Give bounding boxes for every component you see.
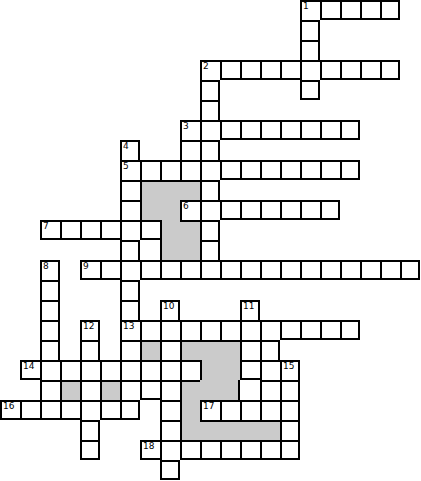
crossword-cell-shaded[interactable] [140,200,160,220]
crossword-cell[interactable] [200,100,220,120]
crossword-cell[interactable] [180,140,200,160]
crossword-cell[interactable] [360,60,380,80]
crossword-cell[interactable] [280,420,300,440]
crossword-cell[interactable] [280,320,300,340]
crossword-cell[interactable]: 12 [80,320,100,340]
crossword-cell[interactable] [320,260,340,280]
crossword-cell-shaded[interactable] [160,220,180,240]
crossword-cell[interactable] [300,200,320,220]
crossword-cell[interactable] [220,440,240,460]
crossword-cell[interactable] [100,220,120,240]
crossword-cell[interactable] [160,440,180,460]
crossword-cell[interactable] [180,160,200,180]
crossword-cell[interactable] [180,360,200,380]
crossword-cell[interactable]: 1 [300,0,320,20]
crossword-cell[interactable] [300,260,320,280]
crossword-cell[interactable] [240,200,260,220]
crossword-cell[interactable] [200,220,220,240]
crossword-cell[interactable]: 9 [80,260,100,280]
crossword-cell[interactable] [260,360,280,380]
crossword-cell[interactable] [220,260,240,280]
crossword-cell[interactable] [260,60,280,80]
crossword-cell[interactable] [40,280,60,300]
crossword-cell-shaded[interactable] [200,380,220,400]
clue-number: 11 [243,301,254,311]
crossword-cell-shaded[interactable] [180,420,200,440]
crossword-cell[interactable] [240,160,260,180]
crossword-cell[interactable] [80,420,100,440]
crossword-cell[interactable] [160,460,180,480]
crossword-cell[interactable] [220,60,240,80]
crossword-cell[interactable] [260,400,280,420]
clue-number: 2 [203,61,209,71]
crossword-cell[interactable] [200,240,220,260]
crossword-cell[interactable] [140,380,160,400]
crossword-cell-shaded[interactable] [180,220,200,240]
crossword-cell[interactable] [280,260,300,280]
crossword-cell-shaded[interactable] [140,340,160,360]
crossword-cell[interactable] [40,300,60,320]
crossword-cell-shaded[interactable] [220,340,240,360]
crossword-cell[interactable]: 16 [0,400,20,420]
crossword-cell[interactable] [180,320,200,340]
crossword-cell[interactable] [240,400,260,420]
crossword-cell[interactable] [240,60,260,80]
crossword-grid: 123456789101112131415161718 [0,0,421,481]
crossword-cell[interactable] [340,60,360,80]
crossword-cell[interactable] [160,320,180,340]
crossword-cell[interactable] [320,0,340,20]
crossword-cell-shaded[interactable] [180,400,200,420]
crossword-cell[interactable] [340,260,360,280]
crossword-cell-shaded[interactable] [200,340,220,360]
crossword-cell[interactable] [240,120,260,140]
crossword-cell[interactable] [80,220,100,240]
clue-number: 13 [123,321,134,331]
crossword-cell[interactable] [220,160,240,180]
crossword-cell-shaded[interactable] [100,380,120,400]
crossword-cell[interactable] [320,120,340,140]
clue-number: 1 [303,1,309,11]
crossword-cell[interactable] [60,400,80,420]
crossword-cell[interactable] [200,180,220,200]
crossword-cell[interactable] [320,200,340,220]
crossword-cell[interactable]: 8 [40,260,60,280]
crossword-cell[interactable] [260,440,280,460]
clue-number: 7 [43,221,49,231]
crossword-cell[interactable] [340,160,360,180]
crossword-cell[interactable] [280,200,300,220]
crossword-cell[interactable] [200,140,220,160]
crossword-cell[interactable] [120,400,140,420]
crossword-cell-shaded[interactable] [240,420,260,440]
crossword-cell[interactable] [280,120,300,140]
crossword-cell[interactable] [260,380,280,400]
crossword-cell[interactable] [220,120,240,140]
crossword-cell[interactable] [260,200,280,220]
crossword-cell[interactable] [200,260,220,280]
crossword-cell[interactable] [240,320,260,340]
crossword-cell[interactable] [300,160,320,180]
crossword-cell-shaded[interactable] [160,240,180,260]
crossword-cell[interactable] [140,160,160,180]
crossword-cell[interactable] [120,180,140,200]
crossword-cell[interactable] [140,320,160,340]
crossword-cell-shaded[interactable] [200,420,220,440]
crossword-cell-shaded[interactable] [180,340,200,360]
crossword-cell-shaded[interactable] [220,380,240,400]
crossword-cell[interactable] [60,220,80,240]
crossword-cell[interactable] [40,340,60,360]
crossword-cell[interactable] [240,360,260,380]
crossword-cell[interactable] [380,260,400,280]
crossword-cell[interactable]: 5 [120,160,140,180]
crossword-cell[interactable] [300,80,320,100]
crossword-cell[interactable] [220,200,240,220]
crossword-cell[interactable]: 10 [160,300,180,320]
crossword-cell[interactable] [360,0,380,20]
clue-number: 12 [83,321,94,331]
crossword-cell[interactable]: 3 [180,120,200,140]
crossword-cell[interactable] [220,400,240,420]
crossword-cell[interactable] [200,120,220,140]
crossword-cell-shaded[interactable] [260,420,280,440]
crossword-cell[interactable] [120,220,140,240]
crossword-cell[interactable] [60,360,80,380]
crossword-cell[interactable]: 7 [40,220,60,240]
clue-number: 6 [183,201,189,211]
crossword-cell[interactable] [160,360,180,380]
clue-number: 15 [283,361,294,371]
crossword-cell-shaded[interactable] [220,360,240,380]
crossword-cell[interactable] [120,200,140,220]
crossword-cell[interactable] [220,320,240,340]
clue-number: 18 [143,441,154,451]
crossword-cell[interactable]: 13 [120,320,140,340]
crossword-cell[interactable] [280,380,300,400]
crossword-cell[interactable] [280,160,300,180]
clue-number: 4 [123,141,129,151]
crossword-cell-shaded[interactable] [180,240,200,260]
crossword-cell[interactable] [120,360,140,380]
crossword-cell[interactable] [80,440,100,460]
crossword-cell[interactable] [200,160,220,180]
crossword-cell[interactable]: 2 [200,60,220,80]
crossword-cell[interactable]: 17 [200,400,220,420]
crossword-cell[interactable] [140,360,160,380]
crossword-cell[interactable] [120,280,140,300]
crossword-cell[interactable] [300,120,320,140]
crossword-cell[interactable] [300,40,320,60]
crossword-cell[interactable] [260,320,280,340]
crossword-cell[interactable] [340,320,360,340]
crossword-cell[interactable]: 11 [240,300,260,320]
crossword-cell[interactable] [120,340,140,360]
crossword-cell[interactable] [160,260,180,280]
crossword-cell[interactable]: 6 [180,200,200,220]
crossword-cell[interactable] [180,260,200,280]
crossword-cell[interactable] [180,440,200,460]
clue-number: 3 [183,121,189,131]
crossword-cell[interactable] [260,260,280,280]
crossword-cell[interactable] [280,440,300,460]
crossword-cell[interactable] [120,380,140,400]
crossword-cell[interactable] [280,400,300,420]
crossword-cell[interactable] [400,260,420,280]
crossword-cell[interactable] [160,380,180,400]
clue-number: 14 [23,361,34,371]
crossword-cell[interactable] [40,400,60,420]
crossword-cell[interactable] [300,20,320,40]
crossword-cell-shaded[interactable] [160,180,180,200]
crossword-cell[interactable] [240,340,260,360]
crossword-cell[interactable] [160,420,180,440]
crossword-cell[interactable] [80,340,100,360]
crossword-cell[interactable] [380,60,400,80]
crossword-cell[interactable] [300,60,320,80]
crossword-cell[interactable] [260,120,280,140]
crossword-cell[interactable] [200,200,220,220]
crossword-cell[interactable] [280,60,300,80]
crossword-cell[interactable] [20,400,40,420]
crossword-cell[interactable] [240,440,260,460]
crossword-cell[interactable] [40,360,60,380]
clue-number: 8 [43,261,49,271]
crossword-cell[interactable] [200,320,220,340]
crossword-cell[interactable] [100,260,120,280]
crossword-cell[interactable] [240,260,260,280]
clue-number: 17 [203,401,214,411]
crossword-cell[interactable] [320,160,340,180]
crossword-cell[interactable] [100,360,120,380]
crossword-cell[interactable] [160,340,180,360]
crossword-cell-shaded[interactable] [200,360,220,380]
crossword-cell[interactable] [260,340,280,360]
crossword-cell[interactable] [160,160,180,180]
crossword-cell[interactable] [80,380,100,400]
crossword-cell[interactable] [340,0,360,20]
crossword-cell[interactable]: 18 [140,440,160,460]
clue-number: 9 [83,261,89,271]
crossword-cell[interactable] [40,320,60,340]
crossword-cell-shaded[interactable] [60,380,80,400]
crossword-cell-shaded[interactable] [220,420,240,440]
crossword-cell-shaded[interactable] [180,380,200,400]
clue-number: 16 [3,401,14,411]
crossword-cell-shaded[interactable] [140,180,160,200]
crossword-cell[interactable] [120,300,140,320]
crossword-cell[interactable] [80,400,100,420]
crossword-cell[interactable] [320,60,340,80]
clue-number: 5 [123,161,129,171]
crossword-cell[interactable] [160,400,180,420]
crossword-cell[interactable] [120,240,140,260]
crossword-cell[interactable] [360,260,380,280]
crossword-cell[interactable] [140,220,160,240]
crossword-cell[interactable] [380,0,400,20]
crossword-cell[interactable] [200,80,220,100]
crossword-cell[interactable]: 15 [280,360,300,380]
crossword-cell[interactable] [340,120,360,140]
crossword-cell[interactable]: 14 [20,360,40,380]
clue-number: 10 [163,301,174,311]
crossword-cell[interactable] [100,400,120,420]
crossword-cell[interactable] [300,320,320,340]
crossword-cell[interactable] [260,160,280,180]
crossword-cell[interactable] [40,380,60,400]
crossword-cell-shaded[interactable] [160,200,180,220]
crossword-cell-shaded[interactable] [180,180,200,200]
crossword-cell[interactable] [140,260,160,280]
crossword-cell[interactable] [320,320,340,340]
crossword-cell[interactable]: 4 [120,140,140,160]
crossword-cell[interactable] [80,360,100,380]
crossword-cell[interactable] [120,260,140,280]
crossword-cell[interactable] [200,440,220,460]
